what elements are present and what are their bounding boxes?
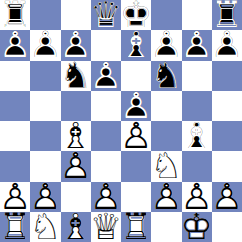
black-bishop-fill-glyph: ♝ [121, 30, 151, 60]
square-f2[interactable]: ♟♙ [151, 182, 181, 212]
square-e8[interactable]: ♚♔ [121, 0, 151, 30]
white-pawn-outline-glyph: ♙ [121, 121, 151, 151]
piece-white-pawn[interactable]: ♟♙ [182, 182, 212, 212]
square-c5[interactable] [61, 91, 91, 121]
black-king-outline-glyph: ♔ [121, 0, 151, 30]
square-e6[interactable] [121, 61, 151, 91]
square-f4[interactable] [151, 121, 181, 151]
square-d7[interactable] [91, 30, 121, 60]
black-bishop-fill-glyph: ♝ [182, 121, 212, 151]
piece-black-rook[interactable]: ♜♖ [212, 0, 242, 30]
white-pawn-outline-glyph: ♙ [212, 182, 242, 212]
piece-white-pawn[interactable]: ♟♙ [0, 182, 30, 212]
black-knight-fill-glyph: ♞ [151, 61, 181, 91]
black-pawn-outline-glyph: ♙ [30, 30, 60, 60]
black-pawn-fill-glyph: ♟ [30, 30, 60, 60]
piece-white-rook[interactable]: ♜♖ [121, 212, 151, 242]
square-b4[interactable] [30, 121, 60, 151]
black-pawn-outline-glyph: ♙ [91, 61, 121, 91]
piece-black-pawn[interactable]: ♟♙ [182, 30, 212, 60]
square-e4[interactable]: ♟♙ [121, 121, 151, 151]
square-a8[interactable]: ♜♖ [0, 0, 30, 30]
piece-black-pawn[interactable]: ♟♙ [91, 61, 121, 91]
black-rook-fill-glyph: ♜ [212, 0, 242, 30]
white-rook-outline-glyph: ♖ [121, 212, 151, 242]
white-pawn-fill-glyph: ♟ [182, 182, 212, 212]
square-e3[interactable] [121, 151, 151, 181]
square-g8[interactable] [182, 0, 212, 30]
black-rook-fill-glyph: ♜ [0, 0, 30, 30]
black-knight-outline-glyph: ♘ [61, 61, 91, 91]
square-a2[interactable]: ♟♙ [0, 182, 30, 212]
square-d6[interactable]: ♟♙ [91, 61, 121, 91]
black-bishop-outline-glyph: ♗ [182, 121, 212, 151]
piece-white-queen[interactable]: ♛♕ [91, 212, 121, 242]
square-d8[interactable]: ♛♕ [91, 0, 121, 30]
piece-black-knight[interactable]: ♞♘ [61, 61, 91, 91]
piece-white-pawn[interactable]: ♟♙ [91, 182, 121, 212]
white-knight-fill-glyph: ♞ [30, 212, 60, 242]
white-rook-fill-glyph: ♜ [0, 212, 30, 242]
square-b6[interactable] [30, 61, 60, 91]
black-pawn-fill-glyph: ♟ [121, 91, 151, 121]
square-c8[interactable] [61, 0, 91, 30]
white-pawn-fill-glyph: ♟ [0, 182, 30, 212]
white-pawn-fill-glyph: ♟ [121, 121, 151, 151]
square-h7[interactable]: ♟♙ [212, 30, 242, 60]
white-bishop-fill-glyph: ♝ [61, 212, 91, 242]
black-knight-outline-glyph: ♘ [151, 61, 181, 91]
white-pawn-fill-glyph: ♟ [151, 182, 181, 212]
piece-black-pawn[interactable]: ♟♙ [151, 30, 181, 60]
black-pawn-fill-glyph: ♟ [182, 30, 212, 60]
piece-black-pawn[interactable]: ♟♙ [212, 30, 242, 60]
white-pawn-outline-glyph: ♙ [151, 182, 181, 212]
white-pawn-outline-glyph: ♙ [61, 151, 91, 181]
square-d4[interactable] [91, 121, 121, 151]
square-h3[interactable] [212, 151, 242, 181]
white-knight-fill-glyph: ♞ [151, 151, 181, 181]
piece-black-rook[interactable]: ♜♖ [0, 0, 30, 30]
black-rook-outline-glyph: ♖ [212, 0, 242, 30]
square-b1[interactable]: ♞♘ [30, 212, 60, 242]
square-g4[interactable]: ♝♗ [182, 121, 212, 151]
white-queen-fill-glyph: ♛ [91, 212, 121, 242]
piece-black-bishop[interactable]: ♝♗ [121, 30, 151, 60]
white-pawn-fill-glyph: ♟ [30, 182, 60, 212]
black-pawn-outline-glyph: ♙ [121, 91, 151, 121]
square-d1[interactable]: ♛♕ [91, 212, 121, 242]
piece-white-knight[interactable]: ♞♘ [151, 151, 181, 181]
black-pawn-fill-glyph: ♟ [91, 61, 121, 91]
white-king-fill-glyph: ♚ [182, 212, 212, 242]
piece-black-knight[interactable]: ♞♘ [151, 61, 181, 91]
piece-white-bishop[interactable]: ♝♗ [61, 212, 91, 242]
square-d3[interactable] [91, 151, 121, 181]
square-f8[interactable] [151, 0, 181, 30]
piece-white-knight[interactable]: ♞♘ [30, 212, 60, 242]
square-b7[interactable]: ♟♙ [30, 30, 60, 60]
white-rook-outline-glyph: ♖ [0, 212, 30, 242]
white-knight-outline-glyph: ♘ [151, 151, 181, 181]
square-g6[interactable] [182, 61, 212, 91]
black-knight-fill-glyph: ♞ [61, 61, 91, 91]
piece-white-pawn[interactable]: ♟♙ [151, 182, 181, 212]
square-d5[interactable] [91, 91, 121, 121]
black-pawn-outline-glyph: ♙ [0, 30, 30, 60]
white-pawn-outline-glyph: ♙ [0, 182, 30, 212]
square-a3[interactable] [0, 151, 30, 181]
black-pawn-outline-glyph: ♙ [151, 30, 181, 60]
square-c4[interactable]: ♝♗ [61, 121, 91, 151]
square-h6[interactable] [212, 61, 242, 91]
square-b8[interactable] [30, 0, 60, 30]
piece-black-queen[interactable]: ♛♕ [91, 0, 121, 30]
black-pawn-outline-glyph: ♙ [212, 30, 242, 60]
square-d2[interactable]: ♟♙ [91, 182, 121, 212]
piece-white-pawn[interactable]: ♟♙ [61, 151, 91, 181]
black-bishop-outline-glyph: ♗ [121, 30, 151, 60]
square-e5[interactable]: ♟♙ [121, 91, 151, 121]
square-h4[interactable] [212, 121, 242, 151]
piece-black-pawn[interactable]: ♟♙ [0, 30, 30, 60]
black-pawn-fill-glyph: ♟ [212, 30, 242, 60]
square-c6[interactable]: ♞♘ [61, 61, 91, 91]
chess-board: ♜♖♛♕♚♔♜♖♟♙♟♙♟♙♝♗♟♙♟♙♟♙♞♘♟♙♞♘♟♙♝♗♟♙♝♗♟♙♞♘… [0, 0, 242, 242]
piece-black-king[interactable]: ♚♔ [121, 0, 151, 30]
piece-black-bishop[interactable]: ♝♗ [182, 121, 212, 151]
piece-black-pawn[interactable]: ♟♙ [61, 30, 91, 60]
square-h5[interactable] [212, 91, 242, 121]
black-queen-fill-glyph: ♛ [91, 0, 121, 30]
square-g3[interactable] [182, 151, 212, 181]
black-pawn-fill-glyph: ♟ [0, 30, 30, 60]
piece-black-pawn[interactable]: ♟♙ [30, 30, 60, 60]
black-pawn-fill-glyph: ♟ [151, 30, 181, 60]
square-b3[interactable] [30, 151, 60, 181]
black-rook-outline-glyph: ♖ [0, 0, 30, 30]
square-e1[interactable]: ♜♖ [121, 212, 151, 242]
black-pawn-fill-glyph: ♟ [61, 30, 91, 60]
square-b5[interactable] [30, 91, 60, 121]
square-b2[interactable]: ♟♙ [30, 182, 60, 212]
black-queen-outline-glyph: ♕ [91, 0, 121, 30]
piece-white-rook[interactable]: ♜♖ [0, 212, 30, 242]
black-king-fill-glyph: ♚ [121, 0, 151, 30]
square-h1[interactable] [212, 212, 242, 242]
square-a7[interactable]: ♟♙ [0, 30, 30, 60]
square-e2[interactable] [121, 182, 151, 212]
square-a4[interactable] [0, 121, 30, 151]
piece-white-king[interactable]: ♚♔ [182, 212, 212, 242]
square-e7[interactable]: ♝♗ [121, 30, 151, 60]
square-c3[interactable]: ♟♙ [61, 151, 91, 181]
white-king-outline-glyph: ♔ [182, 212, 212, 242]
piece-white-bishop[interactable]: ♝♗ [61, 121, 91, 151]
piece-black-pawn[interactable]: ♟♙ [121, 91, 151, 121]
square-f1[interactable] [151, 212, 181, 242]
white-pawn-fill-glyph: ♟ [91, 182, 121, 212]
square-c1[interactable]: ♝♗ [61, 212, 91, 242]
white-pawn-outline-glyph: ♙ [182, 182, 212, 212]
square-g5[interactable] [182, 91, 212, 121]
black-pawn-outline-glyph: ♙ [61, 30, 91, 60]
white-rook-fill-glyph: ♜ [121, 212, 151, 242]
square-f7[interactable]: ♟♙ [151, 30, 181, 60]
white-pawn-fill-glyph: ♟ [61, 151, 91, 181]
white-bishop-fill-glyph: ♝ [61, 121, 91, 151]
square-g2[interactable]: ♟♙ [182, 182, 212, 212]
square-c7[interactable]: ♟♙ [61, 30, 91, 60]
square-f6[interactable]: ♞♘ [151, 61, 181, 91]
piece-white-pawn[interactable]: ♟♙ [30, 182, 60, 212]
white-bishop-outline-glyph: ♗ [61, 212, 91, 242]
square-a5[interactable] [0, 91, 30, 121]
black-pawn-outline-glyph: ♙ [182, 30, 212, 60]
square-g7[interactable]: ♟♙ [182, 30, 212, 60]
white-pawn-fill-glyph: ♟ [212, 182, 242, 212]
piece-white-pawn[interactable]: ♟♙ [212, 182, 242, 212]
square-a1[interactable]: ♜♖ [0, 212, 30, 242]
white-knight-outline-glyph: ♘ [30, 212, 60, 242]
square-a6[interactable] [0, 61, 30, 91]
square-f5[interactable] [151, 91, 181, 121]
white-queen-outline-glyph: ♕ [91, 212, 121, 242]
square-c2[interactable] [61, 182, 91, 212]
square-g1[interactable]: ♚♔ [182, 212, 212, 242]
square-f3[interactable]: ♞♘ [151, 151, 181, 181]
piece-white-pawn[interactable]: ♟♙ [121, 121, 151, 151]
white-bishop-outline-glyph: ♗ [61, 121, 91, 151]
square-h2[interactable]: ♟♙ [212, 182, 242, 212]
white-pawn-outline-glyph: ♙ [91, 182, 121, 212]
square-h8[interactable]: ♜♖ [212, 0, 242, 30]
white-pawn-outline-glyph: ♙ [30, 182, 60, 212]
